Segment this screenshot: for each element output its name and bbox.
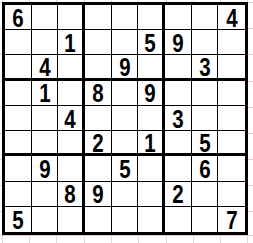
cell-r6c4[interactable]: 2 <box>85 131 112 156</box>
cell-r6c5[interactable] <box>112 131 139 156</box>
given-digit: 9 <box>119 55 130 80</box>
cell-r1c8[interactable] <box>192 5 219 30</box>
given-digit: 9 <box>92 182 103 207</box>
given-digit: 2 <box>172 182 183 207</box>
cell-r6c2[interactable] <box>32 131 59 156</box>
cell-r9c2[interactable] <box>32 207 59 232</box>
cell-r8c4[interactable]: 9 <box>85 182 112 207</box>
cell-r4c3[interactable] <box>58 81 85 106</box>
cell-r2c8[interactable] <box>192 30 219 55</box>
cell-r4c9[interactable] <box>218 81 245 106</box>
cell-r8c2[interactable] <box>32 182 59 207</box>
cell-r4c7[interactable] <box>165 81 192 106</box>
cell-r8c3[interactable]: 8 <box>58 182 85 207</box>
cell-r7c5[interactable]: 5 <box>112 156 139 181</box>
margin-gridline-h <box>0 235 253 236</box>
given-digit: 2 <box>92 131 103 156</box>
cell-r7c8[interactable]: 6 <box>192 156 219 181</box>
given-digit: 1 <box>39 81 50 106</box>
given-digit: 8 <box>64 182 75 207</box>
cell-r5c4[interactable] <box>85 106 112 131</box>
given-digit: 5 <box>119 157 130 182</box>
given-digit: 9 <box>39 157 50 182</box>
cell-r4c4[interactable]: 8 <box>85 81 112 106</box>
cell-r3c3[interactable] <box>58 55 85 80</box>
cell-r2c3[interactable]: 1 <box>58 30 85 55</box>
cell-r2c2[interactable] <box>32 30 59 55</box>
cell-r1c4[interactable] <box>85 5 112 30</box>
cell-r1c1[interactable]: 6 <box>5 5 32 30</box>
cell-r9c6[interactable] <box>138 207 165 232</box>
cell-r1c9[interactable]: 4 <box>218 5 245 30</box>
cell-r8c6[interactable] <box>138 182 165 207</box>
cell-r3c9[interactable] <box>218 55 245 80</box>
cell-r2c9[interactable] <box>218 30 245 55</box>
cell-r4c6[interactable]: 9 <box>138 81 165 106</box>
cell-r9c8[interactable] <box>192 207 219 232</box>
given-digit: 4 <box>39 55 50 80</box>
cell-r3c2[interactable]: 4 <box>32 55 59 80</box>
cell-r4c1[interactable] <box>5 81 32 106</box>
cell-r8c1[interactable] <box>5 182 32 207</box>
cell-r5c5[interactable] <box>112 106 139 131</box>
cell-r8c5[interactable] <box>112 182 139 207</box>
given-digit: 3 <box>172 107 183 132</box>
cell-r6c9[interactable] <box>218 131 245 156</box>
cell-r4c5[interactable] <box>112 81 139 106</box>
cell-r1c6[interactable] <box>138 5 165 30</box>
given-digit: 6 <box>12 6 23 31</box>
cell-r2c6[interactable]: 5 <box>138 30 165 55</box>
given-digit: 5 <box>199 131 210 156</box>
given-digit: 6 <box>199 157 210 182</box>
cell-r2c5[interactable] <box>112 30 139 55</box>
cell-r9c5[interactable] <box>112 207 139 232</box>
given-digit: 1 <box>144 131 155 156</box>
cell-r1c7[interactable] <box>165 5 192 30</box>
cell-r6c1[interactable] <box>5 131 32 156</box>
cell-r3c1[interactable] <box>5 55 32 80</box>
cell-r6c8[interactable]: 5 <box>192 131 219 156</box>
cell-r2c1[interactable] <box>5 30 32 55</box>
cell-r2c4[interactable] <box>85 30 112 55</box>
cell-r3c6[interactable] <box>138 55 165 80</box>
cell-r5c8[interactable] <box>192 106 219 131</box>
cell-r5c3[interactable]: 4 <box>58 106 85 131</box>
cell-r1c5[interactable] <box>112 5 139 30</box>
cell-r5c1[interactable] <box>5 106 32 131</box>
given-digit: 9 <box>144 81 155 106</box>
given-digit: 7 <box>226 208 237 232</box>
given-digit: 1 <box>64 31 75 56</box>
cell-r6c3[interactable] <box>58 131 85 156</box>
cell-r8c9[interactable] <box>218 182 245 207</box>
cell-r9c3[interactable] <box>58 207 85 232</box>
given-digit: 9 <box>172 31 183 56</box>
cell-r5c2[interactable] <box>32 106 59 131</box>
cell-r7c7[interactable] <box>165 156 192 181</box>
cell-r9c4[interactable] <box>85 207 112 232</box>
cell-r7c3[interactable] <box>58 156 85 181</box>
cell-r5c9[interactable] <box>218 106 245 131</box>
given-digit: 4 <box>64 107 75 132</box>
cell-r4c8[interactable] <box>192 81 219 106</box>
cell-r3c8[interactable]: 3 <box>192 55 219 80</box>
cell-r8c8[interactable] <box>192 182 219 207</box>
cell-r6c6[interactable]: 1 <box>138 131 165 156</box>
cell-r5c7[interactable]: 3 <box>165 106 192 131</box>
cell-r4c2[interactable]: 1 <box>32 81 59 106</box>
cell-r9c7[interactable] <box>165 207 192 232</box>
cell-r7c6[interactable] <box>138 156 165 181</box>
cell-r5c6[interactable] <box>138 106 165 131</box>
given-digit: 4 <box>226 6 237 31</box>
cell-r3c4[interactable] <box>85 55 112 80</box>
cell-r2c7[interactable]: 9 <box>165 30 192 55</box>
given-digit: 8 <box>92 81 103 106</box>
given-digit: 5 <box>12 208 23 232</box>
cell-r7c1[interactable] <box>5 156 32 181</box>
cell-r1c3[interactable] <box>58 5 85 30</box>
cell-r9c9[interactable]: 7 <box>218 207 245 232</box>
cell-r3c5[interactable]: 9 <box>112 55 139 80</box>
given-digit: 3 <box>199 55 210 80</box>
cell-r1c2[interactable] <box>32 5 59 30</box>
cell-r6c7[interactable] <box>165 131 192 156</box>
cell-r7c9[interactable] <box>218 156 245 181</box>
sudoku-board: 6 4 1 5 9 4 9 3 1 8 9 <box>2 2 248 235</box>
cell-r7c2[interactable]: 9 <box>32 156 59 181</box>
cell-r7c4[interactable] <box>85 156 112 181</box>
sudoku-puzzle: 6 4 1 5 9 4 9 3 1 8 9 <box>0 0 253 243</box>
given-digit: 5 <box>144 31 155 56</box>
cell-r9c1[interactable]: 5 <box>5 207 32 232</box>
cell-r8c7[interactable]: 2 <box>165 182 192 207</box>
cell-r3c7[interactable] <box>165 55 192 80</box>
